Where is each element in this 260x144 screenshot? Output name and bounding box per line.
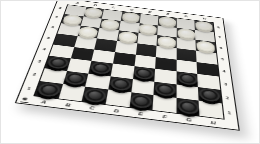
black-checker-piece[interactable] xyxy=(83,87,107,103)
square-d1[interactable] xyxy=(105,90,130,107)
coordinate-label: 2 xyxy=(221,90,234,106)
coordinate-label: E xyxy=(128,109,153,120)
square-f1[interactable] xyxy=(153,95,177,113)
coordinate-label: A xyxy=(30,97,57,107)
checkers-board: ABCDEFGH ABCDEFGH 87654321 87654321 ♚ xyxy=(15,0,240,131)
black-checker-piece[interactable] xyxy=(109,77,131,92)
square-c1[interactable] xyxy=(82,87,108,104)
black-checker-piece[interactable] xyxy=(36,82,62,98)
black-checker-piece[interactable] xyxy=(64,71,88,86)
coordinate-label: B xyxy=(55,100,81,110)
coordinate-label: D xyxy=(104,106,129,117)
black-checker-piece[interactable] xyxy=(130,93,153,109)
coordinate-label: 1 xyxy=(223,104,236,121)
coordinate-label: G xyxy=(177,115,201,126)
coordinate-label: H xyxy=(201,117,226,128)
coordinate-label: C xyxy=(79,103,105,113)
black-checker-piece[interactable] xyxy=(177,98,199,114)
black-checker-piece[interactable] xyxy=(155,82,176,97)
square-g1[interactable] xyxy=(176,98,200,116)
board-wrapper: ABCDEFGH ABCDEFGH 87654321 87654321 ♚ xyxy=(28,0,242,144)
square-h1[interactable] xyxy=(199,101,223,119)
coordinate-label: F xyxy=(152,112,176,123)
square-e1[interactable] xyxy=(129,93,154,111)
checkers-photo-scene: ABCDEFGH ABCDEFGH 87654321 87654321 ♚ xyxy=(0,0,260,144)
